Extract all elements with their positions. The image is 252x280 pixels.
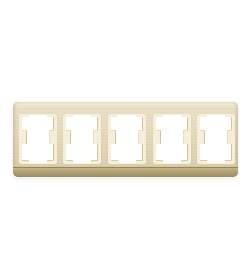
mounting-tab-left: [111, 130, 116, 144]
window-bottom-notch: [29, 159, 47, 163]
frame-windows: [13, 101, 238, 177]
window-top-notch: [73, 115, 91, 119]
frame-window-3: [108, 114, 146, 164]
window-top-notch: [118, 115, 136, 119]
mounting-tab-right: [183, 130, 188, 144]
window-bottom-notch: [207, 159, 225, 163]
mounting-tab-left: [22, 130, 27, 144]
mounting-tab-left: [66, 130, 71, 144]
window-bottom-notch: [163, 159, 181, 163]
frame-window-2: [63, 114, 101, 164]
switch-frame: [13, 101, 238, 177]
window-top-notch: [207, 115, 225, 119]
window-top-notch: [29, 115, 47, 119]
mounting-tab-right: [93, 130, 98, 144]
product-photo: [0, 0, 252, 280]
window-bottom-notch: [118, 159, 136, 163]
mounting-tab-right: [227, 130, 232, 144]
frame-window-4: [153, 114, 191, 164]
frame-window-5: [197, 114, 235, 164]
window-top-notch: [163, 115, 181, 119]
frame-bottom-edge: [13, 167, 238, 177]
mounting-tab-left: [200, 130, 205, 144]
mounting-tab-right: [138, 130, 143, 144]
frame-window-1: [19, 114, 57, 164]
mounting-tab-right: [49, 130, 54, 144]
window-bottom-notch: [73, 159, 91, 163]
mounting-tab-left: [156, 130, 161, 144]
